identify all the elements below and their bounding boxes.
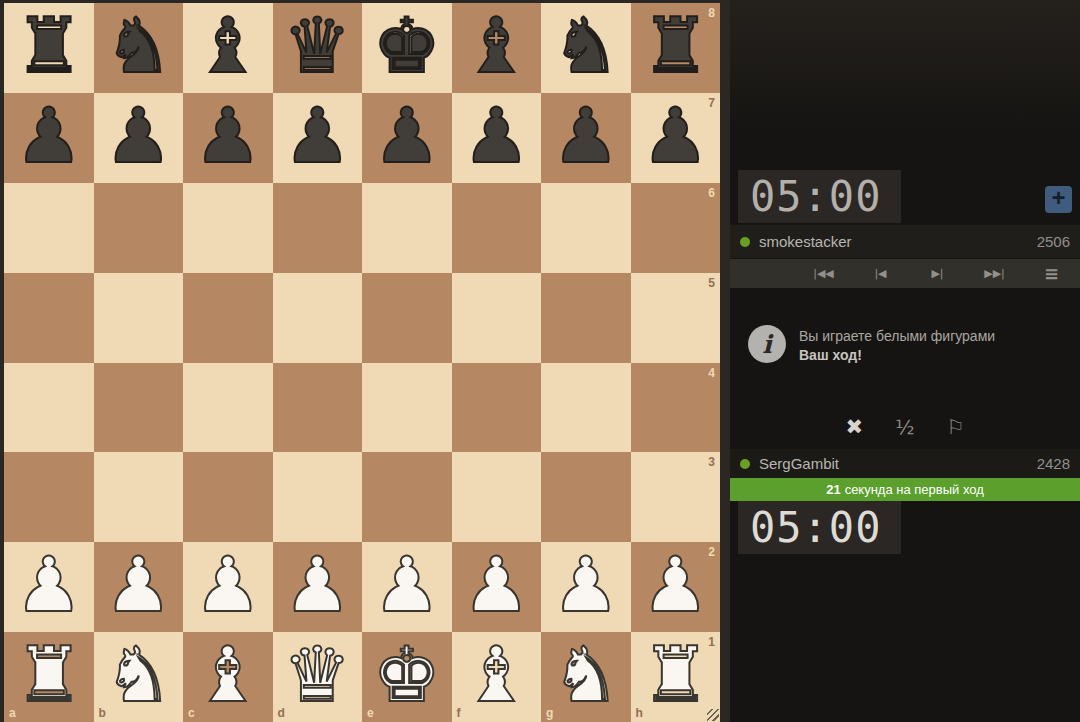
black-pawn: ♟	[641, 98, 709, 174]
square-b2[interactable]: ♟	[94, 542, 184, 632]
square-f8[interactable]: ♝	[452, 3, 542, 93]
square-g8[interactable]: ♞	[541, 3, 631, 93]
player-clock-time: 05:00	[750, 503, 881, 552]
square-b7[interactable]: ♟	[94, 93, 184, 183]
black-queen: ♛	[283, 8, 351, 84]
square-a8[interactable]: ♜	[4, 3, 94, 93]
white-pawn: ♟	[641, 547, 709, 623]
black-pawn: ♟	[552, 98, 620, 174]
square-a4[interactable]	[4, 363, 94, 453]
opponent-clock-time: 05:00	[750, 172, 881, 221]
white-knight: ♞	[104, 637, 172, 713]
last-move-button[interactable]: ▶▶|	[966, 259, 1023, 288]
square-d7[interactable]: ♟	[273, 93, 363, 183]
square-f2[interactable]: ♟	[452, 542, 542, 632]
white-pawn: ♟	[283, 547, 351, 623]
square-c3[interactable]	[183, 452, 273, 542]
banner-text: секунда на первый ход	[845, 482, 984, 497]
square-d5[interactable]	[273, 273, 363, 363]
status-line-color: Вы играете белыми фигурами	[799, 327, 995, 346]
offer-draw-button[interactable]: ½	[895, 415, 914, 439]
first-move-button[interactable]: |◀◀	[795, 259, 852, 288]
white-pawn: ♟	[194, 547, 262, 623]
player-clock: 05:00	[738, 501, 901, 554]
square-g2[interactable]: ♟	[541, 542, 631, 632]
file-label-a: a	[9, 707, 16, 719]
opponent-name[interactable]: smokestacker	[759, 233, 852, 250]
rank-label-3: 3	[708, 456, 715, 468]
square-g1[interactable]: ♞g	[541, 632, 631, 722]
square-e1[interactable]: ♚e	[362, 632, 452, 722]
first-move-timer-banner: 21 секунда на первый ход	[730, 478, 1080, 501]
white-bishop: ♝	[194, 637, 262, 713]
square-h1[interactable]: ♜1h	[631, 632, 721, 722]
square-c2[interactable]: ♟	[183, 542, 273, 632]
square-a2[interactable]: ♟	[4, 542, 94, 632]
black-bishop: ♝	[194, 8, 262, 84]
square-b3[interactable]	[94, 452, 184, 542]
white-pawn: ♟	[373, 547, 441, 623]
white-knight: ♞	[552, 637, 620, 713]
game-actions: ✖ ½ ⚐	[730, 410, 1080, 444]
square-f5[interactable]	[452, 273, 542, 363]
square-c8[interactable]: ♝	[183, 3, 273, 93]
white-pawn: ♟	[552, 547, 620, 623]
chess-board[interactable]: ♜♞♝♛♚♝♞♜8♟♟♟♟♟♟♟♟76543♟♟♟♟♟♟♟♟2♜a♞b♝c♛d♚…	[4, 3, 720, 722]
opponent-player-row: smokestacker 2506	[730, 225, 1080, 258]
square-f7[interactable]: ♟	[452, 93, 542, 183]
game-screen: ♜♞♝♛♚♝♞♜8♟♟♟♟♟♟♟♟76543♟♟♟♟♟♟♟♟2♜a♞b♝c♛d♚…	[0, 0, 1080, 722]
black-pawn: ♟	[283, 98, 351, 174]
square-h3[interactable]: 3	[631, 452, 721, 542]
white-rook: ♜	[641, 637, 709, 713]
black-knight: ♞	[104, 8, 172, 84]
white-rook: ♜	[15, 637, 83, 713]
black-pawn: ♟	[104, 98, 172, 174]
square-g5[interactable]	[541, 273, 631, 363]
square-h5[interactable]: 5	[631, 273, 721, 363]
square-a7[interactable]: ♟	[4, 93, 94, 183]
rank-label-2: 2	[708, 546, 715, 558]
online-indicator-icon	[740, 237, 750, 247]
square-f6[interactable]	[452, 183, 542, 273]
square-g4[interactable]	[541, 363, 631, 453]
square-c4[interactable]	[183, 363, 273, 453]
square-c7[interactable]: ♟	[183, 93, 273, 183]
square-a1[interactable]: ♜a	[4, 632, 94, 722]
square-a3[interactable]	[4, 452, 94, 542]
board-area: ♜♞♝♛♚♝♞♜8♟♟♟♟♟♟♟♟76543♟♟♟♟♟♟♟♟2♜a♞b♝c♛d♚…	[0, 0, 730, 722]
info-icon: i	[748, 325, 786, 363]
square-c5[interactable]	[183, 273, 273, 363]
square-c1[interactable]: ♝c	[183, 632, 273, 722]
square-d6[interactable]	[273, 183, 363, 273]
square-g6[interactable]	[541, 183, 631, 273]
black-pawn: ♟	[15, 98, 83, 174]
black-pawn: ♟	[373, 98, 441, 174]
give-more-time-button[interactable]: +	[1045, 186, 1072, 213]
black-rook: ♜	[15, 8, 83, 84]
square-e2[interactable]: ♟	[362, 542, 452, 632]
black-pawn: ♟	[462, 98, 530, 174]
square-e5[interactable]	[362, 273, 452, 363]
square-g7[interactable]: ♟	[541, 93, 631, 183]
file-label-b: b	[99, 707, 106, 719]
square-h7[interactable]: ♟7	[631, 93, 721, 183]
square-b4[interactable]	[94, 363, 184, 453]
rank-label-1: 1	[708, 636, 715, 648]
rank-label-6: 6	[708, 187, 715, 199]
player-row: SergGambit 2428	[730, 449, 1080, 478]
black-bishop: ♝	[462, 8, 530, 84]
game-side-panel: 05:00 + smokestacker 2506 |◀◀ |◀ ▶| ▶▶| …	[730, 0, 1080, 722]
white-bishop: ♝	[462, 637, 530, 713]
square-c6[interactable]	[183, 183, 273, 273]
square-e6[interactable]	[362, 183, 452, 273]
banner-countdown: 21	[826, 482, 840, 497]
file-label-h: h	[636, 707, 643, 719]
square-d2[interactable]: ♟	[273, 542, 363, 632]
square-e4[interactable]	[362, 363, 452, 453]
abort-button[interactable]: ✖	[846, 415, 864, 439]
square-e8[interactable]: ♚	[362, 3, 452, 93]
white-pawn: ♟	[15, 547, 83, 623]
square-d3[interactable]	[273, 452, 363, 542]
status-line-turn: Ваш ход!	[799, 346, 995, 365]
rank-label-7: 7	[708, 97, 715, 109]
square-f3[interactable]	[452, 452, 542, 542]
black-pawn: ♟	[194, 98, 262, 174]
square-h6[interactable]: 6	[631, 183, 721, 273]
square-b8[interactable]: ♞	[94, 3, 184, 93]
next-move-button[interactable]: ▶|	[909, 259, 966, 288]
menu-button[interactable]: ≡	[1023, 259, 1080, 288]
file-label-g: g	[546, 707, 553, 719]
move-navigation-bar: |◀◀ |◀ ▶| ▶▶| ≡	[730, 259, 1080, 288]
square-h4[interactable]: 4	[631, 363, 721, 453]
square-g3[interactable]	[541, 452, 631, 542]
square-b5[interactable]	[94, 273, 184, 363]
square-b6[interactable]	[94, 183, 184, 273]
rank-label-4: 4	[708, 367, 715, 379]
opponent-rating: 2506	[1037, 233, 1070, 250]
status-text: Вы играете белыми фигурами Ваш ход!	[799, 325, 995, 365]
black-king: ♚	[373, 8, 441, 84]
file-label-f: f	[457, 707, 461, 719]
game-status-message: i Вы играете белыми фигурами Ваш ход!	[748, 325, 1072, 365]
square-a5[interactable]	[4, 273, 94, 363]
file-label-d: d	[278, 707, 285, 719]
square-d1[interactable]: ♛d	[273, 632, 363, 722]
white-pawn: ♟	[104, 547, 172, 623]
player-rating: 2428	[1037, 455, 1070, 472]
square-a6[interactable]	[4, 183, 94, 273]
rank-label-5: 5	[708, 277, 715, 289]
player-name[interactable]: SergGambit	[759, 455, 839, 472]
file-label-c: c	[188, 707, 195, 719]
square-b1[interactable]: ♞b	[94, 632, 184, 722]
online-indicator-icon	[740, 459, 750, 469]
rank-label-8: 8	[708, 7, 715, 19]
square-e7[interactable]: ♟	[362, 93, 452, 183]
black-rook: ♜	[641, 8, 709, 84]
file-label-e: e	[367, 707, 374, 719]
opponent-clock: 05:00	[738, 170, 901, 223]
white-king: ♚	[373, 637, 441, 713]
resign-button[interactable]: ⚐	[947, 415, 965, 439]
square-h8[interactable]: ♜8	[631, 3, 721, 93]
white-queen: ♛	[283, 637, 351, 713]
black-knight: ♞	[552, 8, 620, 84]
board-resize-handle[interactable]	[707, 709, 719, 721]
white-pawn: ♟	[462, 547, 530, 623]
square-e3[interactable]	[362, 452, 452, 542]
square-f4[interactable]	[452, 363, 542, 453]
square-d4[interactable]	[273, 363, 363, 453]
previous-move-button[interactable]: |◀	[852, 259, 909, 288]
square-f1[interactable]: ♝f	[452, 632, 542, 722]
square-h2[interactable]: ♟2	[631, 542, 721, 632]
square-d8[interactable]: ♛	[273, 3, 363, 93]
